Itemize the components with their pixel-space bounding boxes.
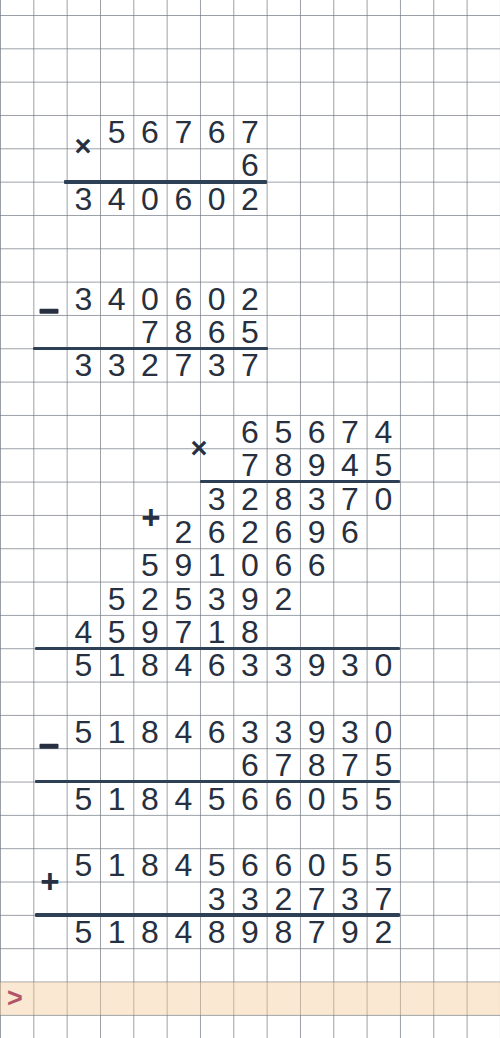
digit-cell: 3 bbox=[267, 648, 300, 681]
digit-row: 5184633930 bbox=[67, 715, 400, 748]
digit-cell: 5 bbox=[100, 582, 133, 615]
digit-cell: 5 bbox=[67, 848, 100, 881]
digit-cell: 2 bbox=[133, 348, 166, 381]
digit-row: 525392 bbox=[100, 582, 300, 615]
digit-cell: 0 bbox=[367, 482, 400, 515]
digit-cell: 8 bbox=[133, 715, 166, 748]
digit-cell: 6 bbox=[267, 548, 300, 581]
digit-cell: 6 bbox=[167, 182, 200, 215]
digit-cell: 9 bbox=[133, 615, 166, 648]
digit-cell: 5 bbox=[233, 315, 266, 348]
digit-row: 5184898792 bbox=[67, 915, 400, 948]
digit-cell: 6 bbox=[233, 848, 266, 881]
digit-cell: 9 bbox=[300, 448, 333, 481]
digit-cell: 0 bbox=[367, 648, 400, 681]
digit-cell: 2 bbox=[233, 182, 266, 215]
digit-cell: 3 bbox=[67, 282, 100, 315]
digit-cell: 3 bbox=[100, 348, 133, 381]
digit-cell: 4 bbox=[167, 848, 200, 881]
digit-cell: 0 bbox=[200, 282, 233, 315]
digit-cell: 6 bbox=[267, 782, 300, 815]
answer-rule bbox=[200, 480, 400, 484]
digit-cell: 4 bbox=[367, 415, 400, 448]
digit-cell: 6 bbox=[200, 315, 233, 348]
digit-cell: 3 bbox=[200, 582, 233, 615]
digit-cell: 5 bbox=[267, 415, 300, 448]
digit-cell: 9 bbox=[167, 548, 200, 581]
digit-cell: 5 bbox=[367, 748, 400, 781]
digit-cell: 7 bbox=[333, 748, 366, 781]
digit-cell: 6 bbox=[300, 415, 333, 448]
digit-cell: 6 bbox=[233, 748, 266, 781]
digit-cell: 0 bbox=[133, 182, 166, 215]
digit-cell: 7 bbox=[300, 882, 333, 915]
digit-row: 5184566055 bbox=[67, 782, 400, 815]
digit-cell: 6 bbox=[200, 648, 233, 681]
digit-row: 328370 bbox=[200, 482, 400, 515]
digit-cell: 9 bbox=[333, 915, 366, 948]
digit-cell: 5 bbox=[200, 782, 233, 815]
digit-cell: 3 bbox=[333, 715, 366, 748]
digit-cell: 5 bbox=[67, 915, 100, 948]
digit-cell: 6 bbox=[333, 515, 366, 548]
digit-cell: 9 bbox=[300, 648, 333, 681]
digit-cell: 9 bbox=[300, 515, 333, 548]
digit-cell: 5 bbox=[200, 848, 233, 881]
digit-cell: 6 bbox=[200, 115, 233, 148]
digit-cell: 8 bbox=[167, 315, 200, 348]
digit-cell: 4 bbox=[100, 182, 133, 215]
digit-cell: 6 bbox=[233, 782, 266, 815]
answer-rule bbox=[35, 913, 400, 917]
digit-cell: 1 bbox=[100, 782, 133, 815]
digit-cell: 8 bbox=[133, 782, 166, 815]
digit-cell: 8 bbox=[133, 915, 166, 948]
digit-cell: 6 bbox=[167, 282, 200, 315]
digit-cell: 2 bbox=[367, 915, 400, 948]
digit-cell: 4 bbox=[100, 282, 133, 315]
digit-cell: 7 bbox=[167, 348, 200, 381]
digit-cell: 4 bbox=[167, 782, 200, 815]
plus-operator: + bbox=[40, 865, 59, 898]
digit-row: 332737 bbox=[67, 348, 267, 381]
digit-cell: 0 bbox=[200, 182, 233, 215]
digit-cell: 8 bbox=[267, 448, 300, 481]
digit-cell: 5 bbox=[100, 115, 133, 148]
digit-row: 340602 bbox=[67, 182, 267, 215]
digit-cell: 6 bbox=[233, 148, 266, 181]
digit-cell: 9 bbox=[300, 715, 333, 748]
digit-cell: 4 bbox=[333, 448, 366, 481]
input-prompt-bar[interactable]: > bbox=[0, 982, 500, 1015]
digit-cell: 3 bbox=[333, 882, 366, 915]
prompt-caret-symbol: > bbox=[7, 982, 23, 1015]
digit-cell: 2 bbox=[233, 482, 266, 515]
digit-cell: 5 bbox=[100, 615, 133, 648]
digit-cell: 1 bbox=[100, 648, 133, 681]
digit-row: 67875 bbox=[233, 748, 400, 781]
digit-cell: 3 bbox=[300, 482, 333, 515]
digit-cell: 7 bbox=[167, 615, 200, 648]
digit-cell: 1 bbox=[100, 915, 133, 948]
digit-cell: 3 bbox=[233, 648, 266, 681]
digit-cell: 5 bbox=[333, 848, 366, 881]
digit-cell: 3 bbox=[233, 715, 266, 748]
digit-cell: 6 bbox=[233, 415, 266, 448]
digit-cell: 6 bbox=[300, 548, 333, 581]
digit-cell: 2 bbox=[133, 582, 166, 615]
digit-cell: 5 bbox=[67, 715, 100, 748]
digit-cell: 3 bbox=[67, 182, 100, 215]
digit-cell: 4 bbox=[167, 715, 200, 748]
digit-cell: 5 bbox=[167, 582, 200, 615]
digit-row: 6 bbox=[233, 148, 266, 181]
multiply-operator: × bbox=[75, 132, 92, 161]
digit-cell: 7 bbox=[133, 315, 166, 348]
digit-cell: 9 bbox=[233, 582, 266, 615]
digit-row: 5184566055 bbox=[67, 848, 400, 881]
digit-cell: 8 bbox=[300, 748, 333, 781]
digit-cell: 6 bbox=[200, 515, 233, 548]
digit-cell: 3 bbox=[200, 882, 233, 915]
digit-cell: 1 bbox=[100, 848, 133, 881]
digit-cell: 0 bbox=[233, 548, 266, 581]
digit-cell: 3 bbox=[200, 482, 233, 515]
worksheet: 5676763406023406027865332737656747894532… bbox=[0, 0, 500, 1038]
digit-cell: 0 bbox=[300, 848, 333, 881]
digit-cell: 0 bbox=[133, 282, 166, 315]
digit-cell: 6 bbox=[267, 848, 300, 881]
minus-operator bbox=[40, 309, 59, 314]
minus-operator bbox=[40, 744, 59, 749]
digit-cell: 5 bbox=[67, 782, 100, 815]
digit-cell: 8 bbox=[267, 915, 300, 948]
plus-operator: + bbox=[141, 501, 160, 534]
answer-rule bbox=[64, 180, 267, 184]
digit-cell: 1 bbox=[200, 548, 233, 581]
digit-cell: 8 bbox=[133, 848, 166, 881]
digit-cell: 7 bbox=[233, 115, 266, 148]
digit-cell: 7 bbox=[267, 748, 300, 781]
digit-cell: 6 bbox=[267, 515, 300, 548]
digit-cell: 1 bbox=[200, 615, 233, 648]
digit-row: 262696 bbox=[167, 515, 367, 548]
digit-cell: 5 bbox=[133, 548, 166, 581]
digit-cell: 5 bbox=[333, 782, 366, 815]
digit-cell: 4 bbox=[167, 648, 200, 681]
digit-cell: 0 bbox=[367, 715, 400, 748]
digit-cell: 7 bbox=[233, 448, 266, 481]
digit-cell: 3 bbox=[233, 882, 266, 915]
digit-row: 332737 bbox=[200, 882, 400, 915]
digit-cell: 8 bbox=[133, 648, 166, 681]
digit-cell: 2 bbox=[267, 882, 300, 915]
digit-cell: 3 bbox=[333, 648, 366, 681]
digit-cell: 7 bbox=[367, 882, 400, 915]
digit-cell: 3 bbox=[267, 715, 300, 748]
digit-cell: 7 bbox=[167, 115, 200, 148]
digit-cell: 0 bbox=[300, 782, 333, 815]
digit-row: 591066 bbox=[133, 548, 333, 581]
digit-row: 7865 bbox=[133, 315, 266, 348]
digit-cell: 6 bbox=[200, 715, 233, 748]
digit-cell: 9 bbox=[233, 915, 266, 948]
digit-cell: 7 bbox=[300, 915, 333, 948]
answer-rule bbox=[33, 347, 268, 351]
digit-cell: 7 bbox=[233, 348, 266, 381]
digit-cell: 5 bbox=[367, 448, 400, 481]
digit-row: 5184633930 bbox=[67, 648, 400, 681]
digit-cell: 3 bbox=[67, 348, 100, 381]
digit-row: 65674 bbox=[233, 415, 400, 448]
digit-row: 56767 bbox=[100, 115, 267, 148]
answer-rule bbox=[35, 647, 400, 651]
multiply-operator: × bbox=[191, 434, 208, 463]
digit-cell: 7 bbox=[333, 482, 366, 515]
digit-cell: 5 bbox=[367, 782, 400, 815]
digit-cell: 1 bbox=[100, 715, 133, 748]
digit-row: 459718 bbox=[67, 615, 267, 648]
digit-cell: 8 bbox=[233, 615, 266, 648]
digit-cell: 8 bbox=[200, 915, 233, 948]
digit-cell: 6 bbox=[133, 115, 166, 148]
digit-cell: 8 bbox=[267, 482, 300, 515]
digit-cell: 2 bbox=[267, 582, 300, 615]
digit-cell: 5 bbox=[367, 848, 400, 881]
digit-cell: 5 bbox=[67, 648, 100, 681]
answer-rule bbox=[35, 780, 400, 784]
digit-row: 340602 bbox=[67, 282, 267, 315]
digit-cell: 2 bbox=[233, 515, 266, 548]
digit-cell: 4 bbox=[167, 915, 200, 948]
digit-cell: 2 bbox=[233, 282, 266, 315]
digit-cell: 3 bbox=[200, 348, 233, 381]
digit-cell: 4 bbox=[67, 615, 100, 648]
digit-cell: 7 bbox=[333, 415, 366, 448]
digit-row: 78945 bbox=[233, 448, 400, 481]
worksheet-canvas: 5676763406023406027865332737656747894532… bbox=[0, 0, 500, 1038]
digit-cell: 2 bbox=[167, 515, 200, 548]
